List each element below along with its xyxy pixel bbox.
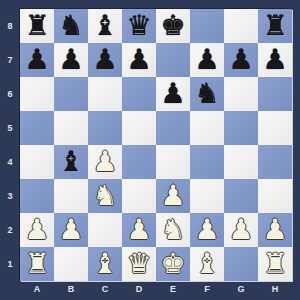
white-rook: ♜: [262, 247, 287, 281]
square-a4[interactable]: [20, 145, 54, 179]
file-label-e: E: [156, 282, 190, 300]
square-c7[interactable]: ♟: [88, 43, 122, 77]
square-e1[interactable]: ♚: [156, 247, 190, 281]
black-pawn: ♟: [228, 43, 253, 77]
square-h1[interactable]: ♜: [258, 247, 292, 281]
square-a3[interactable]: [20, 179, 54, 213]
black-rook: ♜: [262, 9, 287, 43]
black-pawn: ♟: [92, 43, 117, 77]
file-label-f: F: [190, 282, 224, 300]
white-pawn: ♟: [194, 213, 219, 247]
square-g8[interactable]: [224, 9, 258, 43]
white-bishop: ♝: [92, 247, 117, 281]
square-h3[interactable]: [258, 179, 292, 213]
black-pawn: ♟: [126, 43, 151, 77]
square-b2[interactable]: ♟: [54, 213, 88, 247]
file-label-a: A: [20, 282, 54, 300]
file-label-b: B: [54, 282, 88, 300]
square-c1[interactable]: ♝: [88, 247, 122, 281]
square-f1[interactable]: ♝: [190, 247, 224, 281]
black-knight: ♞: [58, 9, 83, 43]
square-d4[interactable]: [122, 145, 156, 179]
chess-board: ♜♞♝♛♚♜♟♟♟♟♟♟♟♟♞♝♟♞♟♟♟♟♞♟♟♟♜♝♛♚♝♜: [20, 9, 292, 281]
square-g5[interactable]: [224, 111, 258, 145]
square-d7[interactable]: ♟: [122, 43, 156, 77]
black-pawn: ♟: [194, 43, 219, 77]
square-c6[interactable]: [88, 77, 122, 111]
white-knight: ♞: [92, 179, 117, 213]
rank-label-3: 3: [0, 179, 20, 213]
square-a1[interactable]: ♜: [20, 247, 54, 281]
square-g3[interactable]: [224, 179, 258, 213]
rank-label-1: 1: [0, 247, 20, 281]
square-c4[interactable]: ♟: [88, 145, 122, 179]
square-e3[interactable]: ♟: [156, 179, 190, 213]
square-g1[interactable]: [224, 247, 258, 281]
square-h6[interactable]: [258, 77, 292, 111]
square-b8[interactable]: ♞: [54, 9, 88, 43]
white-pawn: ♟: [160, 179, 185, 213]
rank-label-6: 6: [0, 77, 20, 111]
square-b7[interactable]: ♟: [54, 43, 88, 77]
rank-labels: 87654321: [0, 9, 20, 281]
square-a8[interactable]: ♜: [20, 9, 54, 43]
black-pawn: ♟: [160, 77, 185, 111]
black-king: ♚: [160, 9, 185, 43]
square-d5[interactable]: [122, 111, 156, 145]
square-d2[interactable]: ♟: [122, 213, 156, 247]
black-rook: ♜: [24, 9, 49, 43]
rank-label-7: 7: [0, 43, 20, 77]
square-c8[interactable]: ♝: [88, 9, 122, 43]
square-h8[interactable]: ♜: [258, 9, 292, 43]
square-g4[interactable]: [224, 145, 258, 179]
square-h7[interactable]: ♟: [258, 43, 292, 77]
black-pawn: ♟: [262, 43, 287, 77]
white-king: ♚: [160, 247, 185, 281]
square-b6[interactable]: [54, 77, 88, 111]
square-e7[interactable]: [156, 43, 190, 77]
square-f4[interactable]: [190, 145, 224, 179]
file-labels: ABCDEFGH: [20, 282, 292, 300]
square-a6[interactable]: [20, 77, 54, 111]
square-c2[interactable]: [88, 213, 122, 247]
square-h2[interactable]: ♟: [258, 213, 292, 247]
black-queen: ♛: [126, 9, 151, 43]
square-c5[interactable]: [88, 111, 122, 145]
square-b4[interactable]: ♝: [54, 145, 88, 179]
square-f7[interactable]: ♟: [190, 43, 224, 77]
white-bishop: ♝: [194, 247, 219, 281]
file-label-d: D: [122, 282, 156, 300]
white-pawn: ♟: [58, 213, 83, 247]
square-g7[interactable]: ♟: [224, 43, 258, 77]
square-d3[interactable]: [122, 179, 156, 213]
square-f6[interactable]: ♞: [190, 77, 224, 111]
square-a5[interactable]: [20, 111, 54, 145]
white-pawn: ♟: [92, 145, 117, 179]
square-h5[interactable]: [258, 111, 292, 145]
square-d1[interactable]: ♛: [122, 247, 156, 281]
white-pawn: ♟: [228, 213, 253, 247]
white-pawn: ♟: [262, 213, 287, 247]
chess-board-frame: 87654321 ♜♞♝♛♚♜♟♟♟♟♟♟♟♟♞♝♟♞♟♟♟♟♞♟♟♟♜♝♛♚♝…: [0, 0, 300, 300]
square-e6[interactable]: ♟: [156, 77, 190, 111]
black-bishop: ♝: [58, 145, 83, 179]
white-queen: ♛: [126, 247, 151, 281]
square-b1[interactable]: [54, 247, 88, 281]
square-d8[interactable]: ♛: [122, 9, 156, 43]
square-e2[interactable]: ♞: [156, 213, 190, 247]
rank-label-8: 8: [0, 9, 20, 43]
square-h4[interactable]: [258, 145, 292, 179]
square-f5[interactable]: [190, 111, 224, 145]
square-d6[interactable]: [122, 77, 156, 111]
black-pawn: ♟: [58, 43, 83, 77]
square-a7[interactable]: ♟: [20, 43, 54, 77]
square-f8[interactable]: [190, 9, 224, 43]
square-c3[interactable]: ♞: [88, 179, 122, 213]
square-b5[interactable]: [54, 111, 88, 145]
square-b3[interactable]: [54, 179, 88, 213]
square-f2[interactable]: ♟: [190, 213, 224, 247]
square-e5[interactable]: [156, 111, 190, 145]
black-bishop: ♝: [92, 9, 117, 43]
white-pawn: ♟: [126, 213, 151, 247]
rank-label-5: 5: [0, 111, 20, 145]
file-label-c: C: [88, 282, 122, 300]
square-f3[interactable]: [190, 179, 224, 213]
square-g6[interactable]: [224, 77, 258, 111]
square-e4[interactable]: [156, 145, 190, 179]
square-g2[interactable]: ♟: [224, 213, 258, 247]
white-knight: ♞: [160, 213, 185, 247]
square-a2[interactable]: ♟: [20, 213, 54, 247]
rank-label-2: 2: [0, 213, 20, 247]
file-label-g: G: [224, 282, 258, 300]
black-knight: ♞: [194, 77, 219, 111]
rank-label-4: 4: [0, 145, 20, 179]
black-pawn: ♟: [24, 43, 49, 77]
white-pawn: ♟: [24, 213, 49, 247]
square-e8[interactable]: ♚: [156, 9, 190, 43]
file-label-h: H: [258, 282, 292, 300]
white-rook: ♜: [24, 247, 49, 281]
